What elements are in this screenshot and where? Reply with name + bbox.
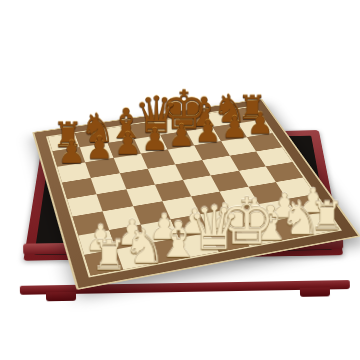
piece-black-pawn-b7[interactable]: ♟	[85, 132, 113, 163]
piece-white-rook-a1[interactable]: ♜	[91, 235, 125, 276]
piece-white-knight-b1[interactable]: ♞	[123, 223, 156, 271]
piece-black-pawn-h7[interactable]: ♟	[246, 108, 273, 138]
case-foot-right	[300, 287, 330, 297]
case-foot-left	[46, 292, 76, 302]
square-a7: ♟	[53, 147, 86, 166]
square-a1: ♜	[84, 249, 123, 276]
piece-black-pawn-e7[interactable]: ♟	[168, 120, 196, 150]
piece-black-pawn-c7[interactable]: ♟	[113, 128, 141, 159]
piece-black-pawn-d7[interactable]: ♟	[141, 124, 169, 155]
chess-set-scene: ♜♞♝♛♚♝♞♜♟♟♟♟♟♟♟♟♟♟♟♟♟♟♟♟♜♞♝♛♚♝♞♜	[0, 0, 360, 360]
piece-black-pawn-f7[interactable]: ♟	[194, 116, 222, 146]
square-a4	[67, 194, 103, 216]
piece-black-pawn-a7[interactable]: ♟	[57, 136, 86, 167]
square-d5	[147, 164, 183, 184]
piece-black-pawn-g7[interactable]: ♟	[220, 112, 247, 142]
